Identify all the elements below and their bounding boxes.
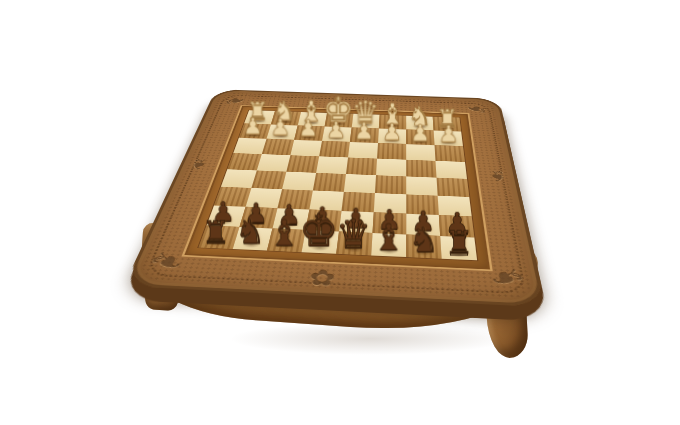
carved-frame: ❧ ❧ ❧ ❧ ❧ ❧ ✿ ♜♞♝♚♛♝♞♜♟♟♟♟♟♟♟♟♟♟♟♟♟♟♟♟♜♞…	[123, 89, 546, 307]
square[interactable]	[319, 141, 350, 158]
white-pawn[interactable]: ♟	[354, 120, 374, 142]
square[interactable]: ♟	[434, 130, 463, 146]
black-knight[interactable]: ♞	[235, 216, 265, 249]
square[interactable]	[286, 155, 319, 173]
square[interactable]	[316, 156, 348, 174]
square[interactable]: ♟	[406, 129, 434, 145]
square[interactable]	[290, 140, 322, 156]
square[interactable]	[435, 145, 465, 162]
square[interactable]: ♟	[378, 128, 406, 144]
square[interactable]	[375, 175, 406, 194]
white-pawn[interactable]: ♟	[382, 121, 402, 144]
square[interactable]: ♞	[406, 235, 441, 259]
square[interactable]	[406, 176, 437, 195]
square[interactable]	[377, 143, 406, 160]
square[interactable]	[344, 174, 376, 193]
white-pawn[interactable]: ♟	[270, 117, 290, 139]
square[interactable]: ♟	[322, 126, 352, 141]
black-bishop[interactable]: ♝	[268, 215, 300, 251]
square[interactable]	[348, 142, 378, 159]
square[interactable]	[346, 157, 377, 175]
square[interactable]	[437, 178, 470, 197]
black-rook[interactable]: ♜	[445, 227, 473, 259]
white-pawn[interactable]: ♟	[326, 119, 346, 141]
square[interactable]	[435, 161, 467, 179]
square[interactable]	[313, 173, 346, 192]
square[interactable]: ♛	[336, 232, 372, 256]
chess-board[interactable]: ♜♞♝♚♛♝♞♜♟♟♟♟♟♟♟♟♟♟♟♟♟♟♟♟♜♞♝♚♛♝♞♜	[199, 110, 478, 260]
white-pawn[interactable]: ♟	[439, 123, 459, 146]
black-knight[interactable]: ♞	[409, 223, 439, 257]
black-king[interactable]: ♚	[299, 208, 339, 252]
square[interactable]	[251, 170, 286, 189]
square[interactable]	[282, 172, 316, 191]
square[interactable]: ♟	[294, 126, 324, 141]
square[interactable]: ♞	[233, 227, 273, 251]
black-queen[interactable]: ♛	[336, 215, 372, 255]
square[interactable]: ♟	[350, 127, 379, 143]
square[interactable]	[257, 154, 291, 172]
white-pawn[interactable]: ♟	[410, 122, 430, 145]
square[interactable]	[262, 139, 294, 155]
black-bishop[interactable]: ♝	[372, 220, 404, 256]
square[interactable]	[406, 160, 436, 178]
square[interactable]: ♜	[440, 236, 477, 260]
chess-table: ❧ ❧ ❧ ❧ ❧ ❧ ✿ ♜♞♝♚♛♝♞♜♟♟♟♟♟♟♟♟♟♟♟♟♟♟♟♟♜♞…	[123, 89, 546, 307]
square[interactable]	[376, 159, 406, 177]
square[interactable]: ♟	[266, 125, 297, 140]
square[interactable]: ♚	[302, 230, 339, 254]
product-photo-stage: ❧ ✿ ❧ ❧ ❧ ❧ ❧ ❧ ✿ ♜♞♝♚♛♝♞♜♟♟♟♟♟♟♟♟♟♟♟♟♟♟…	[0, 0, 680, 425]
black-rook[interactable]: ♜	[202, 217, 230, 248]
white-pawn[interactable]: ♟	[243, 116, 263, 138]
square[interactable]: ♝	[371, 233, 406, 257]
white-pawn[interactable]: ♟	[298, 118, 318, 140]
square[interactable]	[406, 144, 435, 161]
